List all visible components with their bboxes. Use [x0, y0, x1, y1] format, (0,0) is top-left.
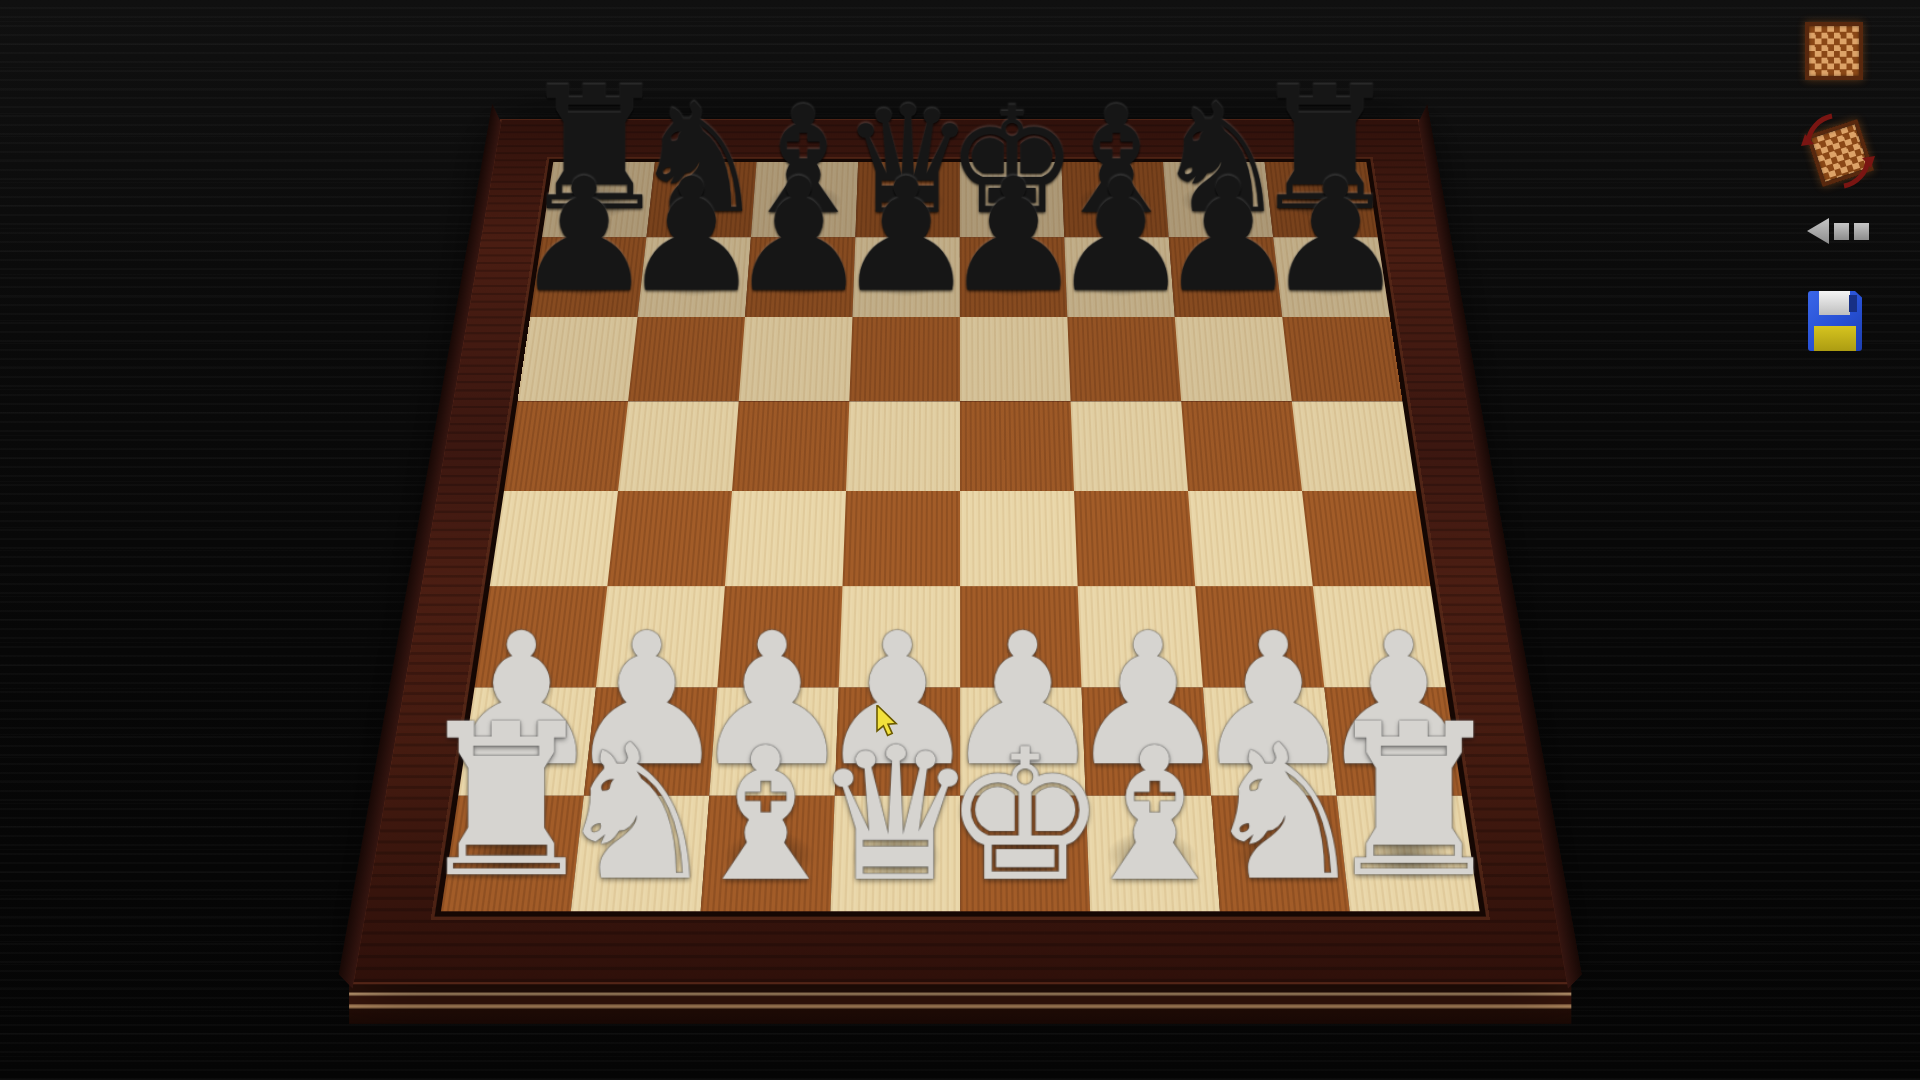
square-f5[interactable] — [1071, 401, 1188, 491]
black-pawn[interactable]: ♟ — [1228, 158, 1443, 314]
square-h5[interactable] — [1292, 401, 1416, 491]
square-d5[interactable] — [846, 401, 960, 491]
square-f4[interactable] — [1074, 491, 1195, 586]
square-c6[interactable] — [739, 317, 853, 401]
floppy-shutter — [1819, 291, 1850, 315]
chess-board-frame: ♜♞♝♛♚♝♞♜♟♟♟♟♟♟♟♟♟♟♟♟♟♟♟♟♜♞♝♛♚♝♞♜ — [351, 119, 1570, 984]
square-e4[interactable] — [960, 491, 1078, 586]
square-e5[interactable] — [960, 401, 1074, 491]
floppy-slot — [1849, 295, 1857, 312]
square-e6[interactable] — [960, 317, 1071, 401]
rotate-arrows-icon — [1798, 108, 1878, 194]
square-a4[interactable] — [490, 491, 618, 586]
save-floppy-icon — [1808, 291, 1862, 351]
square-h7[interactable]: ♟ — [1273, 237, 1390, 317]
square-b4[interactable] — [607, 491, 732, 586]
square-h6[interactable] — [1282, 317, 1402, 401]
board-2d-icon — [1805, 22, 1863, 80]
square-a6[interactable] — [517, 317, 637, 401]
rotate-board-button[interactable] — [1798, 108, 1878, 194]
square-b6[interactable] — [628, 317, 745, 401]
square-c5[interactable] — [732, 401, 849, 491]
square-f6[interactable] — [1067, 317, 1181, 401]
board-edge-front — [349, 982, 1571, 1024]
square-h4[interactable] — [1302, 491, 1430, 586]
square-d4[interactable] — [842, 491, 960, 586]
undo-arrow-icon — [1807, 218, 1869, 244]
square-a5[interactable] — [504, 401, 628, 491]
undo-arrow-head — [1807, 218, 1829, 244]
square-g5[interactable] — [1181, 401, 1302, 491]
square-c4[interactable] — [725, 491, 846, 586]
square-h1[interactable]: ♜ — [1337, 796, 1480, 912]
square-d6[interactable] — [849, 317, 960, 401]
save-button[interactable] — [1808, 291, 1862, 351]
undo-arrow-segment — [1854, 223, 1869, 240]
undo-button[interactable] — [1807, 218, 1869, 244]
square-g4[interactable] — [1188, 491, 1313, 586]
board-grid: ♜♞♝♛♚♝♞♜♟♟♟♟♟♟♟♟♟♟♟♟♟♟♟♟♜♞♝♛♚♝♞♜ — [441, 162, 1480, 911]
square-b5[interactable] — [618, 401, 739, 491]
square-g6[interactable] — [1175, 317, 1292, 401]
app-window: ♜♞♝♛♚♝♞♜♟♟♟♟♟♟♟♟♟♟♟♟♟♟♟♟♜♞♝♛♚♝♞♜ — [0, 0, 1920, 1080]
white-rook[interactable]: ♜ — [1284, 697, 1543, 907]
new-game-button[interactable] — [1805, 22, 1863, 80]
undo-arrow-segment — [1834, 223, 1849, 240]
floppy-label — [1814, 326, 1856, 351]
